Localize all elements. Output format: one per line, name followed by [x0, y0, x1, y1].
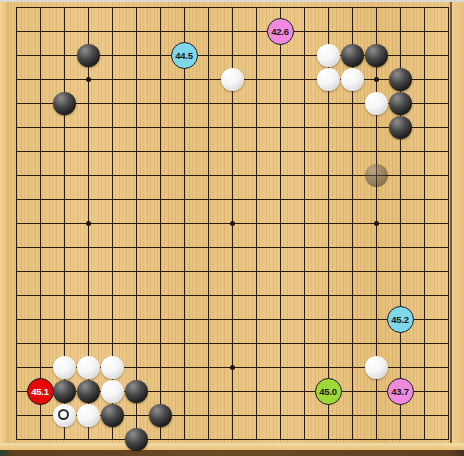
board-point-G8[interactable] — [148, 259, 172, 283]
board-point-L6[interactable] — [244, 307, 268, 331]
board-point-Q2[interactable] — [364, 403, 388, 427]
board-point-L8[interactable] — [244, 259, 268, 283]
board-point-S4[interactable] — [412, 355, 436, 379]
board-point-G13[interactable] — [148, 139, 172, 163]
board-point-R16[interactable] — [388, 67, 412, 91]
board-point-L3[interactable] — [244, 379, 268, 403]
board-point-B10[interactable] — [28, 211, 52, 235]
board-point-P10[interactable] — [340, 211, 364, 235]
board-point-Q19[interactable] — [364, 0, 388, 19]
board-point-E18[interactable] — [100, 19, 124, 43]
board-point-O11[interactable] — [316, 187, 340, 211]
board-point-B11[interactable] — [28, 187, 52, 211]
board-point-J7[interactable] — [196, 283, 220, 307]
board-point-S14[interactable] — [412, 115, 436, 139]
board-point-H3[interactable] — [172, 379, 196, 403]
board-point-H13[interactable] — [172, 139, 196, 163]
board-point-K3[interactable] — [220, 379, 244, 403]
board-point-P12[interactable] — [340, 163, 364, 187]
board-point-J10[interactable] — [196, 211, 220, 235]
board-point-E15[interactable] — [100, 91, 124, 115]
board-point-K12[interactable] — [220, 163, 244, 187]
board-point-C3[interactable] — [52, 379, 76, 403]
board-point-L11[interactable] — [244, 187, 268, 211]
board-point-D11[interactable] — [76, 187, 100, 211]
board-point-C10[interactable] — [52, 211, 76, 235]
board-point-O12[interactable] — [316, 163, 340, 187]
board-point-D16[interactable] — [76, 67, 100, 91]
board-point-O5[interactable] — [316, 331, 340, 355]
board-point-S6[interactable] — [412, 307, 436, 331]
board-point-R8[interactable] — [388, 259, 412, 283]
board-point-B18[interactable] — [28, 19, 52, 43]
board-point-B19[interactable] — [28, 0, 52, 19]
board-point-G19[interactable] — [148, 0, 172, 19]
board-point-M7[interactable] — [268, 283, 292, 307]
board-point-N2[interactable] — [292, 403, 316, 427]
board-point-L4[interactable] — [244, 355, 268, 379]
board-point-S19[interactable] — [412, 0, 436, 19]
board-point-M10[interactable] — [268, 211, 292, 235]
board-point-G14[interactable] — [148, 115, 172, 139]
board-point-C4[interactable] — [52, 355, 76, 379]
board-point-H19[interactable] — [172, 0, 196, 19]
board-point-D2[interactable] — [76, 403, 100, 427]
board-point-O6[interactable] — [316, 307, 340, 331]
board-point-B8[interactable] — [28, 259, 52, 283]
board-point-M4[interactable] — [268, 355, 292, 379]
board-point-P3[interactable] — [340, 379, 364, 403]
board-point-E14[interactable] — [100, 115, 124, 139]
board-point-N7[interactable] — [292, 283, 316, 307]
board-point-R6[interactable]: 45.2 — [388, 307, 412, 331]
board-point-S12[interactable] — [412, 163, 436, 187]
board-point-K13[interactable] — [220, 139, 244, 163]
board-point-E12[interactable] — [100, 163, 124, 187]
board-point-J3[interactable] — [196, 379, 220, 403]
board-point-J8[interactable] — [196, 259, 220, 283]
board-point-Q3[interactable] — [364, 379, 388, 403]
board-point-Q12[interactable] — [364, 163, 388, 187]
board-point-B13[interactable] — [28, 139, 52, 163]
board-point-L19[interactable] — [244, 0, 268, 19]
board-point-J17[interactable] — [196, 43, 220, 67]
board-point-R7[interactable] — [388, 283, 412, 307]
board-point-N15[interactable] — [292, 91, 316, 115]
board-point-R17[interactable] — [388, 43, 412, 67]
board-point-B3[interactable]: 45.1 — [28, 379, 52, 403]
board-point-K10[interactable] — [220, 211, 244, 235]
board-point-F11[interactable] — [124, 187, 148, 211]
board-point-N3[interactable] — [292, 379, 316, 403]
board-point-P15[interactable] — [340, 91, 364, 115]
board-point-K8[interactable] — [220, 259, 244, 283]
board-point-Q18[interactable] — [364, 19, 388, 43]
board-point-R15[interactable] — [388, 91, 412, 115]
board-point-F4[interactable] — [124, 355, 148, 379]
board-point-B14[interactable] — [28, 115, 52, 139]
board-point-J16[interactable] — [196, 67, 220, 91]
board-point-R3[interactable]: 43.7 — [388, 379, 412, 403]
board-point-H11[interactable] — [172, 187, 196, 211]
board-point-S7[interactable] — [412, 283, 436, 307]
board-point-R4[interactable] — [388, 355, 412, 379]
board-point-J14[interactable] — [196, 115, 220, 139]
board-point-J11[interactable] — [196, 187, 220, 211]
board-point-O13[interactable] — [316, 139, 340, 163]
board-point-N18[interactable] — [292, 19, 316, 43]
board-point-Q4[interactable] — [364, 355, 388, 379]
board-point-G11[interactable] — [148, 187, 172, 211]
board-point-S15[interactable] — [412, 91, 436, 115]
board-point-Q10[interactable] — [364, 211, 388, 235]
board-point-N11[interactable] — [292, 187, 316, 211]
analysis-marker-R3[interactable]: 43.7 — [387, 378, 414, 405]
board-point-M18[interactable]: 42.6 — [268, 19, 292, 43]
board-point-B5[interactable] — [28, 331, 52, 355]
board-point-P13[interactable] — [340, 139, 364, 163]
board-point-D12[interactable] — [76, 163, 100, 187]
board-point-F9[interactable] — [124, 235, 148, 259]
board-point-K5[interactable] — [220, 331, 244, 355]
board-point-C15[interactable] — [52, 91, 76, 115]
board-point-O9[interactable] — [316, 235, 340, 259]
board-point-M14[interactable] — [268, 115, 292, 139]
board-point-O17[interactable] — [316, 43, 340, 67]
board-point-O7[interactable] — [316, 283, 340, 307]
board-point-E11[interactable] — [100, 187, 124, 211]
board-point-M8[interactable] — [268, 259, 292, 283]
board-point-N6[interactable] — [292, 307, 316, 331]
board-point-L7[interactable] — [244, 283, 268, 307]
board-point-L5[interactable] — [244, 331, 268, 355]
board-point-H8[interactable] — [172, 259, 196, 283]
board-point-L16[interactable] — [244, 67, 268, 91]
board-point-C19[interactable] — [52, 0, 76, 19]
board-point-L12[interactable] — [244, 163, 268, 187]
board-point-N13[interactable] — [292, 139, 316, 163]
board-point-S11[interactable] — [412, 187, 436, 211]
board-point-R2[interactable] — [388, 403, 412, 427]
board-point-H10[interactable] — [172, 211, 196, 235]
board-point-R11[interactable] — [388, 187, 412, 211]
board-point-H14[interactable] — [172, 115, 196, 139]
board-point-F5[interactable] — [124, 331, 148, 355]
board-point-P14[interactable] — [340, 115, 364, 139]
board-point-D3[interactable] — [76, 379, 100, 403]
board-point-N4[interactable] — [292, 355, 316, 379]
board-point-E13[interactable] — [100, 139, 124, 163]
board-point-E7[interactable] — [100, 283, 124, 307]
board-point-P5[interactable] — [340, 331, 364, 355]
board-point-H12[interactable] — [172, 163, 196, 187]
board-point-L17[interactable] — [244, 43, 268, 67]
board-point-R19[interactable] — [388, 0, 412, 19]
board-point-K16[interactable] — [220, 67, 244, 91]
board-point-S16[interactable] — [412, 67, 436, 91]
board-point-D7[interactable] — [76, 283, 100, 307]
board-point-Q13[interactable] — [364, 139, 388, 163]
board-point-E17[interactable] — [100, 43, 124, 67]
board-point-B15[interactable] — [28, 91, 52, 115]
board-point-G18[interactable] — [148, 19, 172, 43]
board-point-J4[interactable] — [196, 355, 220, 379]
board-point-D10[interactable] — [76, 211, 100, 235]
board-point-J19[interactable] — [196, 0, 220, 19]
analysis-marker-B3[interactable]: 45.1 — [27, 378, 54, 405]
board-point-S13[interactable] — [412, 139, 436, 163]
board-point-G7[interactable] — [148, 283, 172, 307]
board-point-K6[interactable] — [220, 307, 244, 331]
board-point-Q15[interactable] — [364, 91, 388, 115]
board-point-D19[interactable] — [76, 0, 100, 19]
board-point-H18[interactable] — [172, 19, 196, 43]
board-point-P19[interactable] — [340, 0, 364, 19]
board-point-O10[interactable] — [316, 211, 340, 235]
board-point-J5[interactable] — [196, 331, 220, 355]
board-point-R14[interactable] — [388, 115, 412, 139]
board-point-E3[interactable] — [100, 379, 124, 403]
board-point-Q11[interactable] — [364, 187, 388, 211]
board-point-R13[interactable] — [388, 139, 412, 163]
board-point-K18[interactable] — [220, 19, 244, 43]
board-point-F6[interactable] — [124, 307, 148, 331]
board-point-O15[interactable] — [316, 91, 340, 115]
board-point-S2[interactable] — [412, 403, 436, 427]
board-point-G6[interactable] — [148, 307, 172, 331]
board-point-H17[interactable]: 44.5 — [172, 43, 196, 67]
board-point-M3[interactable] — [268, 379, 292, 403]
board-point-D15[interactable] — [76, 91, 100, 115]
board-point-B17[interactable] — [28, 43, 52, 67]
board-point-N12[interactable] — [292, 163, 316, 187]
board-point-O16[interactable] — [316, 67, 340, 91]
board-point-M2[interactable] — [268, 403, 292, 427]
board-point-J18[interactable] — [196, 19, 220, 43]
board-point-J13[interactable] — [196, 139, 220, 163]
board-point-N14[interactable] — [292, 115, 316, 139]
board-point-O18[interactable] — [316, 19, 340, 43]
board-point-J15[interactable] — [196, 91, 220, 115]
analysis-marker-M18[interactable]: 42.6 — [267, 18, 294, 45]
board-point-F19[interactable] — [124, 0, 148, 19]
board-point-E8[interactable] — [100, 259, 124, 283]
board-point-L13[interactable] — [244, 139, 268, 163]
board-point-D4[interactable] — [76, 355, 100, 379]
board-point-L2[interactable] — [244, 403, 268, 427]
board-point-O3[interactable]: 45.0 — [316, 379, 340, 403]
board-point-Q16[interactable] — [364, 67, 388, 91]
board-point-L9[interactable] — [244, 235, 268, 259]
board-point-K4[interactable] — [220, 355, 244, 379]
board-point-P8[interactable] — [340, 259, 364, 283]
board-point-G2[interactable] — [148, 403, 172, 427]
board-point-F18[interactable] — [124, 19, 148, 43]
board-point-F14[interactable] — [124, 115, 148, 139]
board-point-G5[interactable] — [148, 331, 172, 355]
board-point-S8[interactable] — [412, 259, 436, 283]
board-point-B7[interactable] — [28, 283, 52, 307]
board-point-O4[interactable] — [316, 355, 340, 379]
board-point-N8[interactable] — [292, 259, 316, 283]
board-point-H9[interactable] — [172, 235, 196, 259]
board-point-B2[interactable] — [28, 403, 52, 427]
board-point-C8[interactable] — [52, 259, 76, 283]
board-point-Q6[interactable] — [364, 307, 388, 331]
board-point-B4[interactable] — [28, 355, 52, 379]
board-point-E2[interactable] — [100, 403, 124, 427]
board-point-S17[interactable] — [412, 43, 436, 67]
board-point-F10[interactable] — [124, 211, 148, 235]
board-point-B12[interactable] — [28, 163, 52, 187]
board-point-F8[interactable] — [124, 259, 148, 283]
board-point-H7[interactable] — [172, 283, 196, 307]
board-point-C18[interactable] — [52, 19, 76, 43]
board-point-J9[interactable] — [196, 235, 220, 259]
board-point-O19[interactable] — [316, 0, 340, 19]
board-point-D17[interactable] — [76, 43, 100, 67]
board-point-R10[interactable] — [388, 211, 412, 235]
board-point-M12[interactable] — [268, 163, 292, 187]
board-point-E5[interactable] — [100, 331, 124, 355]
board-point-C17[interactable] — [52, 43, 76, 67]
board-point-D9[interactable] — [76, 235, 100, 259]
analysis-marker-O3[interactable]: 45.0 — [315, 378, 342, 405]
board-point-N9[interactable] — [292, 235, 316, 259]
board-point-M11[interactable] — [268, 187, 292, 211]
board-point-J2[interactable] — [196, 403, 220, 427]
board-point-B16[interactable] — [28, 67, 52, 91]
board-point-K14[interactable] — [220, 115, 244, 139]
board-point-C13[interactable] — [52, 139, 76, 163]
board-point-O14[interactable] — [316, 115, 340, 139]
board-point-N10[interactable] — [292, 211, 316, 235]
board-point-E6[interactable] — [100, 307, 124, 331]
board-point-C7[interactable] — [52, 283, 76, 307]
board-point-F7[interactable] — [124, 283, 148, 307]
board-point-Q8[interactable] — [364, 259, 388, 283]
board-point-P2[interactable] — [340, 403, 364, 427]
board-point-F1[interactable] — [124, 427, 148, 451]
board-point-L18[interactable] — [244, 19, 268, 43]
board-point-F13[interactable] — [124, 139, 148, 163]
board-point-S18[interactable] — [412, 19, 436, 43]
board-point-K9[interactable] — [220, 235, 244, 259]
board-point-G3[interactable] — [148, 379, 172, 403]
board-point-Q9[interactable] — [364, 235, 388, 259]
board-point-F2[interactable] — [124, 403, 148, 427]
board-point-Q5[interactable] — [364, 331, 388, 355]
board-point-P16[interactable] — [340, 67, 364, 91]
board-point-P11[interactable] — [340, 187, 364, 211]
board-point-P4[interactable] — [340, 355, 364, 379]
board-point-H6[interactable] — [172, 307, 196, 331]
board-point-G12[interactable] — [148, 163, 172, 187]
board-point-D18[interactable] — [76, 19, 100, 43]
board-point-D6[interactable] — [76, 307, 100, 331]
board-point-F15[interactable] — [124, 91, 148, 115]
board-point-N17[interactable] — [292, 43, 316, 67]
board-point-P7[interactable] — [340, 283, 364, 307]
board-point-R5[interactable] — [388, 331, 412, 355]
board-point-N5[interactable] — [292, 331, 316, 355]
board-point-M13[interactable] — [268, 139, 292, 163]
board-point-C6[interactable] — [52, 307, 76, 331]
board-point-P18[interactable] — [340, 19, 364, 43]
board-point-C12[interactable] — [52, 163, 76, 187]
board-point-C2[interactable] — [52, 403, 76, 427]
board-point-K11[interactable] — [220, 187, 244, 211]
board-point-S5[interactable] — [412, 331, 436, 355]
board-point-Q17[interactable] — [364, 43, 388, 67]
board-point-F3[interactable] — [124, 379, 148, 403]
board-point-G4[interactable] — [148, 355, 172, 379]
board-point-D13[interactable] — [76, 139, 100, 163]
board-point-N19[interactable] — [292, 0, 316, 19]
board-point-P9[interactable] — [340, 235, 364, 259]
board-point-P6[interactable] — [340, 307, 364, 331]
board-point-M16[interactable] — [268, 67, 292, 91]
board-point-J6[interactable] — [196, 307, 220, 331]
board-point-F17[interactable] — [124, 43, 148, 67]
board-point-C11[interactable] — [52, 187, 76, 211]
board-point-S3[interactable] — [412, 379, 436, 403]
board-point-D8[interactable] — [76, 259, 100, 283]
board-point-M5[interactable] — [268, 331, 292, 355]
board-point-G17[interactable] — [148, 43, 172, 67]
board-point-E4[interactable] — [100, 355, 124, 379]
board-point-F16[interactable] — [124, 67, 148, 91]
board-point-K2[interactable] — [220, 403, 244, 427]
board-point-R18[interactable] — [388, 19, 412, 43]
board-point-H2[interactable] — [172, 403, 196, 427]
board-point-D5[interactable] — [76, 331, 100, 355]
board-point-M9[interactable] — [268, 235, 292, 259]
board-point-K19[interactable] — [220, 0, 244, 19]
board-point-B9[interactable] — [28, 235, 52, 259]
board-point-M19[interactable] — [268, 0, 292, 19]
board-point-C9[interactable] — [52, 235, 76, 259]
board-point-E9[interactable] — [100, 235, 124, 259]
board-point-J12[interactable] — [196, 163, 220, 187]
board-point-K17[interactable] — [220, 43, 244, 67]
board-point-R12[interactable] — [388, 163, 412, 187]
board-point-D14[interactable] — [76, 115, 100, 139]
board-point-K7[interactable] — [220, 283, 244, 307]
board-point-E19[interactable] — [100, 0, 124, 19]
board-point-O8[interactable] — [316, 259, 340, 283]
board-point-L10[interactable] — [244, 211, 268, 235]
board-point-H16[interactable] — [172, 67, 196, 91]
board-point-G16[interactable] — [148, 67, 172, 91]
board-point-G10[interactable] — [148, 211, 172, 235]
board-point-L14[interactable] — [244, 115, 268, 139]
board-point-F12[interactable] — [124, 163, 148, 187]
analysis-marker-H17[interactable]: 44.5 — [171, 42, 198, 69]
board-point-M17[interactable] — [268, 43, 292, 67]
board-point-H15[interactable] — [172, 91, 196, 115]
board-point-K15[interactable] — [220, 91, 244, 115]
board-point-G15[interactable] — [148, 91, 172, 115]
board-point-C14[interactable] — [52, 115, 76, 139]
board-point-S10[interactable] — [412, 211, 436, 235]
board-point-B6[interactable] — [28, 307, 52, 331]
board-point-G9[interactable] — [148, 235, 172, 259]
board-point-N16[interactable] — [292, 67, 316, 91]
board-point-P17[interactable] — [340, 43, 364, 67]
board-point-M6[interactable] — [268, 307, 292, 331]
board-point-Q14[interactable] — [364, 115, 388, 139]
